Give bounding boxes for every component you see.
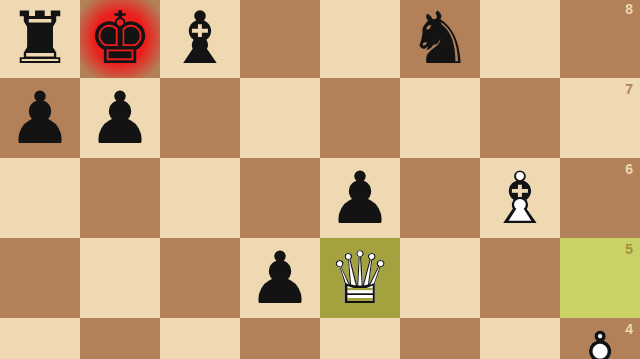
black-pawn-glyph: ♟: [0, 78, 80, 158]
rank-label-8: 8: [625, 2, 633, 16]
black-pawn[interactable]: ♟: [320, 158, 400, 238]
square-a4[interactable]: [0, 318, 80, 359]
square-f5[interactable]: [400, 238, 480, 318]
square-d6[interactable]: [240, 158, 320, 238]
black-pawn-glyph: ♟: [240, 238, 320, 318]
square-f4[interactable]: [400, 318, 480, 359]
square-f8[interactable]: ♞: [400, 0, 480, 78]
square-e4[interactable]: [320, 318, 400, 359]
chess-board-viewport: ♜♚♝♞8♟♟7♟♝♗6♟♛♕5♟♙4: [0, 0, 640, 359]
square-c8[interactable]: ♝: [160, 0, 240, 78]
square-b8[interactable]: ♚: [80, 0, 160, 78]
square-c6[interactable]: [160, 158, 240, 238]
square-a5[interactable]: [0, 238, 80, 318]
rank-label-6: 6: [625, 162, 633, 176]
square-c7[interactable]: [160, 78, 240, 158]
square-b5[interactable]: [80, 238, 160, 318]
square-g7[interactable]: [480, 78, 560, 158]
square-g8[interactable]: [480, 0, 560, 78]
square-d8[interactable]: [240, 0, 320, 78]
square-h8[interactable]: 8: [560, 0, 640, 78]
black-knight[interactable]: ♞: [400, 0, 480, 78]
black-rook-glyph: ♜: [0, 0, 80, 78]
square-b4[interactable]: [80, 318, 160, 359]
black-knight-glyph: ♞: [400, 0, 480, 78]
black-bishop[interactable]: ♝: [160, 0, 240, 78]
black-pawn[interactable]: ♟: [80, 78, 160, 158]
square-d4[interactable]: [240, 318, 320, 359]
square-f6[interactable]: [400, 158, 480, 238]
square-g5[interactable]: [480, 238, 560, 318]
black-king-glyph: ♚: [80, 0, 160, 78]
square-d7[interactable]: [240, 78, 320, 158]
black-pawn-glyph: ♟: [80, 78, 160, 158]
white-queen-outline: ♕: [320, 238, 400, 318]
black-king[interactable]: ♚: [80, 0, 160, 78]
square-g6[interactable]: ♝♗: [480, 158, 560, 238]
square-g4[interactable]: [480, 318, 560, 359]
white-bishop[interactable]: ♝♗: [480, 158, 560, 238]
square-h7[interactable]: 7: [560, 78, 640, 158]
black-pawn-glyph: ♟: [320, 158, 400, 238]
black-rook[interactable]: ♜: [0, 0, 80, 78]
square-a7[interactable]: ♟: [0, 78, 80, 158]
square-b6[interactable]: [80, 158, 160, 238]
rank-label-7: 7: [625, 82, 633, 96]
square-h6[interactable]: 6: [560, 158, 640, 238]
square-e7[interactable]: [320, 78, 400, 158]
square-e5[interactable]: ♛♕: [320, 238, 400, 318]
square-h4[interactable]: ♟♙4: [560, 318, 640, 359]
square-b7[interactable]: ♟: [80, 78, 160, 158]
square-f7[interactable]: [400, 78, 480, 158]
square-c5[interactable]: [160, 238, 240, 318]
white-queen[interactable]: ♛♕: [320, 238, 400, 318]
chess-board: ♜♚♝♞8♟♟7♟♝♗6♟♛♕5♟♙4: [0, 0, 640, 359]
rank-label-5: 5: [625, 242, 633, 256]
square-e6[interactable]: ♟: [320, 158, 400, 238]
square-a6[interactable]: [0, 158, 80, 238]
square-d5[interactable]: ♟: [240, 238, 320, 318]
white-bishop-outline: ♗: [480, 158, 560, 238]
black-pawn[interactable]: ♟: [0, 78, 80, 158]
black-bishop-glyph: ♝: [160, 0, 240, 78]
square-c4[interactable]: [160, 318, 240, 359]
square-a8[interactable]: ♜: [0, 0, 80, 78]
rank-label-4: 4: [625, 322, 633, 336]
square-e8[interactable]: [320, 0, 400, 78]
square-h5[interactable]: 5: [560, 238, 640, 318]
black-pawn[interactable]: ♟: [240, 238, 320, 318]
